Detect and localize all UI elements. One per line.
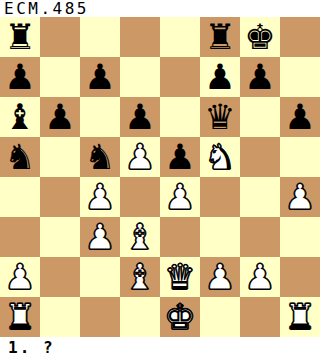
- square-b6[interactable]: ♟: [40, 97, 80, 137]
- chess-board: ♜♜♚♟♟♟♟♝♟♟♛♟♞♞♟♟♞♟♟♟♟♝♟♝♛♟♟♜♚♜: [0, 17, 320, 337]
- black-pawn: ♟: [204, 57, 235, 97]
- square-g4[interactable]: [240, 177, 280, 217]
- square-c4[interactable]: ♟: [80, 177, 120, 217]
- black-pawn: ♟: [44, 97, 75, 137]
- square-e5[interactable]: ♟: [160, 137, 200, 177]
- square-a6[interactable]: ♝: [0, 97, 40, 137]
- square-h7[interactable]: [280, 57, 320, 97]
- square-a3[interactable]: [0, 217, 40, 257]
- square-c1[interactable]: [80, 297, 120, 337]
- black-rook: ♜: [4, 17, 35, 57]
- black-pawn: ♟: [244, 57, 275, 97]
- square-f2[interactable]: ♟: [200, 257, 240, 297]
- square-b7[interactable]: [40, 57, 80, 97]
- square-f8[interactable]: ♜: [200, 17, 240, 57]
- square-b8[interactable]: [40, 17, 80, 57]
- square-b4[interactable]: [40, 177, 80, 217]
- black-bishop: ♝: [4, 97, 35, 137]
- square-d2[interactable]: ♝: [120, 257, 160, 297]
- square-h2[interactable]: [280, 257, 320, 297]
- square-e1[interactable]: ♚: [160, 297, 200, 337]
- square-d6[interactable]: ♟: [120, 97, 160, 137]
- square-e4[interactable]: ♟: [160, 177, 200, 217]
- square-h4[interactable]: ♟: [280, 177, 320, 217]
- white-pawn: ♟: [244, 257, 275, 297]
- square-c7[interactable]: ♟: [80, 57, 120, 97]
- square-e6[interactable]: [160, 97, 200, 137]
- square-d8[interactable]: [120, 17, 160, 57]
- white-rook: ♜: [284, 297, 315, 337]
- square-f3[interactable]: [200, 217, 240, 257]
- white-pawn: ♟: [84, 177, 115, 217]
- black-queen: ♛: [204, 97, 235, 137]
- square-d1[interactable]: [120, 297, 160, 337]
- square-c3[interactable]: ♟: [80, 217, 120, 257]
- black-rook: ♜: [204, 17, 235, 57]
- black-pawn: ♟: [4, 57, 35, 97]
- square-d5[interactable]: ♟: [120, 137, 160, 177]
- white-king: ♚: [164, 297, 195, 337]
- square-g3[interactable]: [240, 217, 280, 257]
- white-pawn: ♟: [124, 137, 155, 177]
- square-c8[interactable]: [80, 17, 120, 57]
- white-rook: ♜: [4, 297, 35, 337]
- black-pawn: ♟: [164, 137, 195, 177]
- square-g8[interactable]: ♚: [240, 17, 280, 57]
- white-pawn: ♟: [284, 177, 315, 217]
- chess-diagram-page: ECM.485 ♜♜♚♟♟♟♟♝♟♟♛♟♞♞♟♟♞♟♟♟♟♝♟♝♛♟♟♜♚♜ 1…: [0, 0, 320, 360]
- square-b2[interactable]: [40, 257, 80, 297]
- white-knight: ♞: [204, 137, 235, 177]
- square-c6[interactable]: [80, 97, 120, 137]
- square-h8[interactable]: [280, 17, 320, 57]
- square-g7[interactable]: ♟: [240, 57, 280, 97]
- diagram-title: ECM.485: [4, 0, 89, 17]
- square-g5[interactable]: [240, 137, 280, 177]
- move-prompt: 1. ?: [8, 338, 55, 358]
- square-d7[interactable]: [120, 57, 160, 97]
- white-bishop: ♝: [124, 217, 155, 257]
- square-g2[interactable]: ♟: [240, 257, 280, 297]
- square-e8[interactable]: [160, 17, 200, 57]
- square-d3[interactable]: ♝: [120, 217, 160, 257]
- square-a4[interactable]: [0, 177, 40, 217]
- square-f1[interactable]: [200, 297, 240, 337]
- white-pawn: ♟: [164, 177, 195, 217]
- square-h3[interactable]: [280, 217, 320, 257]
- white-pawn: ♟: [204, 257, 235, 297]
- square-a5[interactable]: ♞: [0, 137, 40, 177]
- square-e3[interactable]: [160, 217, 200, 257]
- square-g1[interactable]: [240, 297, 280, 337]
- square-g6[interactable]: [240, 97, 280, 137]
- square-c5[interactable]: ♞: [80, 137, 120, 177]
- square-f5[interactable]: ♞: [200, 137, 240, 177]
- white-pawn: ♟: [84, 217, 115, 257]
- white-pawn: ♟: [4, 257, 35, 297]
- black-knight: ♞: [4, 137, 35, 177]
- square-b5[interactable]: [40, 137, 80, 177]
- square-a1[interactable]: ♜: [0, 297, 40, 337]
- white-queen: ♛: [164, 257, 195, 297]
- square-c2[interactable]: [80, 257, 120, 297]
- square-a8[interactable]: ♜: [0, 17, 40, 57]
- square-h6[interactable]: ♟: [280, 97, 320, 137]
- black-king: ♚: [244, 17, 275, 57]
- square-d4[interactable]: [120, 177, 160, 217]
- white-bishop: ♝: [124, 257, 155, 297]
- square-a7[interactable]: ♟: [0, 57, 40, 97]
- square-h5[interactable]: [280, 137, 320, 177]
- square-b3[interactable]: [40, 217, 80, 257]
- black-knight: ♞: [84, 137, 115, 177]
- black-pawn: ♟: [84, 57, 115, 97]
- square-b1[interactable]: [40, 297, 80, 337]
- black-pawn: ♟: [284, 97, 315, 137]
- square-h1[interactable]: ♜: [280, 297, 320, 337]
- square-e7[interactable]: [160, 57, 200, 97]
- square-a2[interactable]: ♟: [0, 257, 40, 297]
- black-pawn: ♟: [124, 97, 155, 137]
- square-f7[interactable]: ♟: [200, 57, 240, 97]
- square-f6[interactable]: ♛: [200, 97, 240, 137]
- square-e2[interactable]: ♛: [160, 257, 200, 297]
- square-f4[interactable]: [200, 177, 240, 217]
